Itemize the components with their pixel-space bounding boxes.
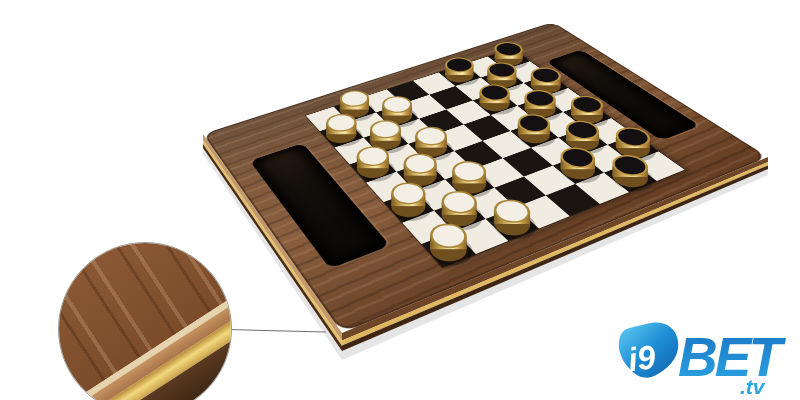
i9bet-logo: i9 BET .tv: [612, 316, 798, 398]
checker-black[interactable]: [439, 55, 485, 89]
checker-black[interactable]: [604, 151, 662, 195]
logo-word: BET: [678, 326, 786, 388]
checker-white[interactable]: [486, 195, 545, 244]
logo-tld: .tv: [740, 375, 766, 398]
product-photo-stage: i9 BET .tv: [0, 0, 800, 400]
logo-mark-text: i9: [626, 338, 659, 379]
